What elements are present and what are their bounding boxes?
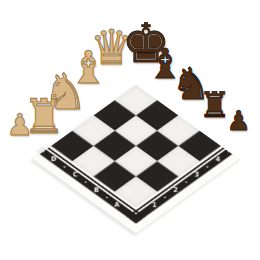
chess-set-photo: DCBA 4321 ♟♜♞♝♛♚♝♞♜♟: [0, 0, 260, 260]
white-queen-piece[interactable]: ♛: [99, 27, 124, 69]
black-rook-piece[interactable]: ♜: [204, 91, 225, 121]
black-pawn-piece[interactable]: ♟: [229, 112, 248, 134]
